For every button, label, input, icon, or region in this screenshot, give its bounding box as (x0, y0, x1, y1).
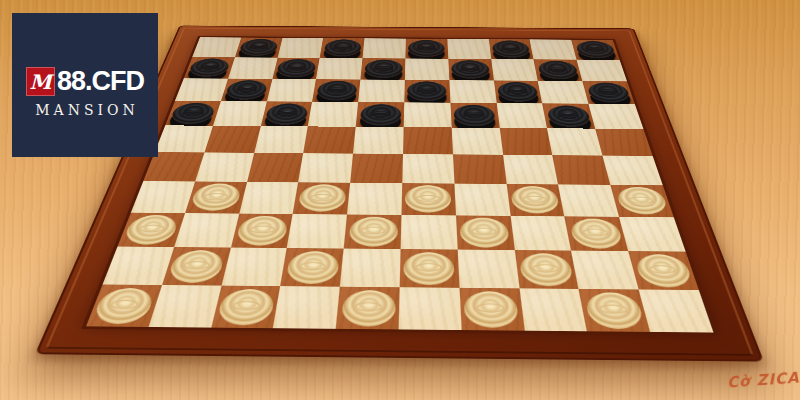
square-r2c4 (316, 58, 362, 80)
square-r8c3: ⛀ (230, 213, 293, 248)
square-r9c7 (457, 250, 519, 289)
m88-logo: M 88.CFD MANSION (12, 13, 158, 157)
square-r10c4 (273, 286, 340, 329)
square-r4c7: ⛂ (450, 103, 499, 128)
square-r6c4 (299, 153, 354, 182)
square-r1c3 (277, 38, 323, 58)
square-r6c10 (603, 156, 663, 186)
black-checker: ⛂ (574, 41, 616, 58)
white-checker: ⛀ (615, 187, 670, 215)
black-checker: ⛂ (408, 40, 445, 57)
square-r3c8: ⛂ (494, 80, 543, 103)
black-checker: ⛂ (407, 81, 447, 101)
square-r7c3 (239, 182, 299, 214)
square-r7c4: ⛀ (293, 182, 350, 214)
white-checker: ⛀ (510, 186, 560, 214)
square-r9c8: ⛀ (514, 250, 579, 289)
square-r5c4 (304, 127, 356, 154)
square-r9c9 (571, 251, 638, 290)
square-r6c6 (402, 154, 454, 183)
square-r7c9 (558, 184, 619, 216)
square-r2c3: ⛂ (272, 58, 320, 80)
square-r7c7 (454, 183, 510, 215)
black-checker: ⛂ (359, 104, 401, 126)
square-r2c1: ⛂ (184, 57, 235, 78)
square-r2c6 (405, 58, 449, 80)
white-checker: ⛀ (460, 217, 511, 247)
square-r5c3 (254, 126, 308, 153)
white-checker: ⛀ (348, 217, 398, 247)
black-checker: ⛂ (364, 60, 403, 79)
logo-monogram: M (26, 67, 55, 96)
square-r1c4: ⛂ (320, 38, 365, 58)
square-r7c8: ⛀ (506, 184, 564, 216)
square-r6c7 (453, 154, 506, 184)
black-checker: ⛂ (316, 81, 358, 101)
square-r3c6: ⛂ (404, 80, 450, 103)
square-r5c5 (353, 127, 403, 154)
square-r7c2: ⛀ (185, 181, 247, 213)
square-r6c5 (350, 154, 403, 183)
black-checker: ⛂ (491, 40, 530, 57)
black-checker: ⛂ (451, 60, 490, 79)
white-checker: ⛀ (405, 185, 452, 213)
square-r3c5 (358, 79, 405, 102)
square-r2c2 (228, 57, 277, 78)
white-checker: ⛀ (569, 218, 624, 248)
square-r3c2: ⛂ (221, 78, 272, 101)
square-r10c8 (519, 289, 587, 332)
square-r8c10 (619, 217, 686, 252)
square-r1c2: ⛂ (235, 38, 282, 58)
square-r3c4: ⛂ (312, 79, 360, 102)
black-checker: ⛂ (238, 39, 279, 56)
square-r10c10 (639, 290, 714, 333)
black-checker: ⛂ (537, 61, 579, 80)
square-r4c4 (308, 102, 358, 127)
square-r1c1 (192, 37, 241, 57)
square-r1c7 (447, 39, 491, 59)
white-checker: ⛀ (235, 216, 289, 246)
square-r5c7 (452, 128, 503, 155)
screenshot-root: ⛂⛂⛂⛂⛂⛂⛂⛂⛂⛂⛂⛂⛂⛂⛂⛂⛂⛂⛂⛂⛀⛀⛀⛀⛀⛀⛀⛀⛀⛀⛀⛀⛀⛀⛀⛀⛀⛀⛀⛀… (0, 0, 800, 400)
square-r2c7: ⛂ (448, 59, 493, 81)
square-r9c3 (221, 248, 287, 286)
black-checker: ⛂ (454, 105, 496, 127)
square-r10c3: ⛀ (211, 286, 281, 328)
square-r1c10: ⛂ (571, 40, 619, 60)
square-r9c5 (340, 249, 401, 288)
square-r8c4 (287, 214, 347, 249)
square-r6c3 (247, 153, 304, 182)
square-r5c10 (595, 129, 652, 156)
black-checker: ⛂ (224, 80, 268, 100)
square-r8c6 (401, 215, 458, 250)
black-checker: ⛂ (323, 39, 362, 56)
board-grid: ⛂⛂⛂⛂⛂⛂⛂⛂⛂⛂⛂⛂⛂⛂⛂⛂⛂⛂⛂⛂⛀⛀⛀⛀⛀⛀⛀⛀⛀⛀⛀⛀⛀⛀⛀⛀⛀⛀⛀⛀ (86, 37, 713, 332)
black-checker: ⛂ (169, 103, 217, 125)
square-r4c1: ⛂ (165, 101, 220, 126)
white-checker: ⛀ (464, 291, 520, 328)
logo-subtitle: MANSION (31, 102, 139, 118)
square-r7c10: ⛀ (611, 185, 674, 217)
white-checker: ⛀ (189, 183, 242, 211)
square-r10c5: ⛀ (336, 287, 400, 330)
white-checker: ⛀ (404, 252, 455, 285)
square-r6c2 (195, 152, 254, 181)
white-checker: ⛀ (285, 251, 340, 284)
square-r1c6: ⛂ (405, 39, 448, 59)
logo-brand-row: M 88.CFD (26, 66, 144, 97)
square-r8c9: ⛀ (565, 216, 629, 251)
square-r3c10: ⛂ (582, 81, 634, 104)
black-checker: ⛂ (264, 103, 309, 125)
square-r8c7: ⛀ (456, 215, 515, 250)
square-r5c1 (155, 125, 213, 152)
white-checker: ⛀ (633, 254, 694, 288)
square-r6c9 (553, 155, 611, 185)
white-checker: ⛀ (91, 287, 156, 324)
square-r5c9 (547, 128, 602, 155)
white-checker: ⛀ (167, 250, 226, 283)
square-r4c3: ⛂ (260, 102, 312, 127)
square-r9c10: ⛀ (629, 251, 699, 290)
square-r2c8 (491, 59, 538, 81)
logo-brand-text: 88.CFD (57, 66, 144, 97)
square-r8c5: ⛀ (344, 214, 402, 249)
square-r9c4: ⛀ (281, 248, 344, 287)
square-r4c2 (213, 101, 267, 126)
square-r3c1 (175, 78, 228, 101)
square-r1c9 (530, 39, 577, 59)
white-checker: ⛀ (122, 215, 180, 245)
square-r4c10 (589, 104, 644, 129)
square-r10c6 (399, 287, 462, 330)
square-r7c6: ⛀ (401, 183, 455, 215)
black-checker: ⛂ (586, 82, 631, 102)
watermark-text: Cờ ZICA (726, 368, 800, 391)
square-r1c8: ⛂ (489, 39, 534, 59)
white-checker: ⛀ (340, 290, 395, 327)
square-r10c2 (148, 285, 221, 327)
square-r10c7: ⛀ (459, 288, 524, 331)
white-checker: ⛀ (297, 184, 346, 212)
square-r2c10 (577, 60, 627, 82)
square-r4c9: ⛂ (542, 104, 595, 129)
white-checker: ⛀ (519, 253, 575, 286)
square-r5c6 (403, 127, 453, 154)
square-r5c2 (204, 126, 260, 153)
square-r9c6: ⛀ (400, 249, 460, 288)
square-r5c8 (499, 128, 552, 155)
square-r4c5: ⛂ (356, 102, 404, 127)
square-r3c3 (267, 79, 317, 102)
square-r4c6 (404, 103, 452, 128)
black-checker: ⛂ (497, 82, 539, 102)
square-r4c8 (496, 103, 547, 128)
square-r7c5 (347, 183, 402, 215)
black-checker: ⛂ (187, 58, 231, 77)
black-checker: ⛂ (275, 59, 316, 78)
square-r3c9 (538, 81, 589, 104)
square-r3c7 (449, 80, 496, 103)
white-checker: ⛀ (216, 288, 276, 325)
square-r2c9: ⛂ (534, 59, 583, 81)
square-r2c5: ⛂ (361, 58, 406, 80)
square-r1c5 (363, 38, 406, 58)
square-r9c2: ⛀ (162, 247, 231, 285)
square-r6c8 (503, 155, 559, 185)
black-checker: ⛂ (546, 105, 592, 127)
white-checker: ⛀ (584, 292, 646, 329)
square-r8c8 (510, 216, 571, 251)
square-r8c2 (174, 213, 239, 248)
